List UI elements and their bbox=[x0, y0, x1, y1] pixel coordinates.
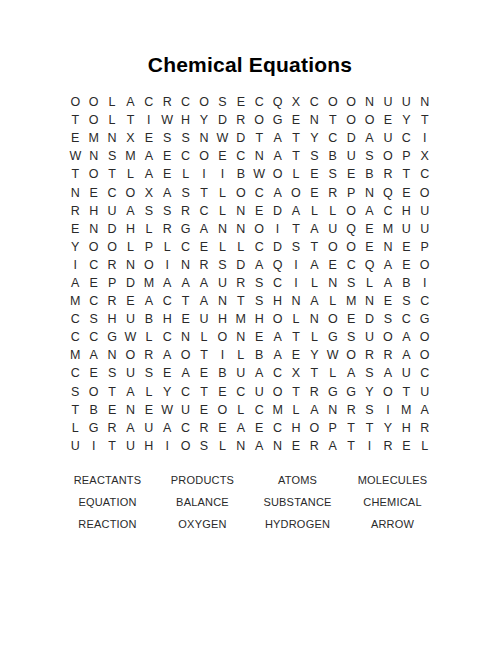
grid-cell: S bbox=[176, 183, 194, 201]
grid-cell: L bbox=[213, 183, 231, 201]
grid-cell: C bbox=[176, 238, 194, 256]
grid-cell: E bbox=[287, 111, 305, 129]
grid-cell: P bbox=[140, 238, 158, 256]
grid-cell: A bbox=[305, 256, 323, 274]
grid-cell: L bbox=[305, 328, 323, 346]
grid-cell: U bbox=[397, 364, 415, 382]
grid-cell: U bbox=[379, 129, 397, 147]
grid-cell: B bbox=[213, 364, 231, 382]
grid-cell: A bbox=[140, 292, 158, 310]
grid-cell: C bbox=[250, 401, 268, 419]
grid-cell: N bbox=[232, 202, 250, 220]
grid-cell: L bbox=[324, 364, 342, 382]
grid-cell: B bbox=[84, 401, 102, 419]
word-list-item: REACTANTS bbox=[60, 469, 155, 491]
grid-cell: P bbox=[324, 419, 342, 437]
grid-cell: R bbox=[66, 202, 84, 220]
grid-cell: N bbox=[305, 111, 323, 129]
grid-cell: T bbox=[250, 129, 268, 147]
grid-cell: O bbox=[342, 202, 360, 220]
grid-cell: A bbox=[305, 292, 323, 310]
word-list-item: ARROW bbox=[345, 513, 440, 535]
grid-cell: S bbox=[324, 165, 342, 183]
grid-cell: O bbox=[84, 111, 102, 129]
grid-cell: R bbox=[140, 346, 158, 364]
grid-cell: U bbox=[232, 364, 250, 382]
grid-cell: N bbox=[360, 292, 378, 310]
grid-cell: I bbox=[360, 437, 378, 455]
grid-cell: A bbox=[195, 274, 213, 292]
grid-cell: E bbox=[158, 147, 176, 165]
grid-cell: U bbox=[416, 220, 434, 238]
grid-cell: L bbox=[103, 111, 121, 129]
grid-cell: O bbox=[250, 220, 268, 238]
word-list-item: SUBSTANCE bbox=[250, 491, 345, 513]
grid-cell: U bbox=[360, 328, 378, 346]
grid-cell: R bbox=[103, 292, 121, 310]
grid-cell: U bbox=[66, 437, 84, 455]
grid-cell: E bbox=[84, 274, 102, 292]
grid-cell: T bbox=[416, 111, 434, 129]
grid-cell: M bbox=[268, 401, 286, 419]
grid-cell: E bbox=[397, 238, 415, 256]
grid-cell: E bbox=[287, 437, 305, 455]
grid-cell: X bbox=[121, 129, 139, 147]
grid-cell: O bbox=[416, 328, 434, 346]
grid-cell: N bbox=[324, 401, 342, 419]
grid-cell: E bbox=[250, 202, 268, 220]
grid-cell: A bbox=[232, 419, 250, 437]
grid-cell: D bbox=[103, 220, 121, 238]
grid-cell: C bbox=[84, 256, 102, 274]
grid-cell: B bbox=[360, 165, 378, 183]
grid-cell: O bbox=[360, 111, 378, 129]
grid-cell: E bbox=[66, 129, 84, 147]
grid-cell: H bbox=[250, 310, 268, 328]
grid-cell: A bbox=[158, 419, 176, 437]
grid-cell: N bbox=[66, 183, 84, 201]
grid-cell: T bbox=[324, 111, 342, 129]
grid-cell: H bbox=[397, 202, 415, 220]
grid-cell: S bbox=[103, 147, 121, 165]
grid-cell: L bbox=[213, 238, 231, 256]
grid-cell: R bbox=[360, 346, 378, 364]
grid-cell: R bbox=[232, 274, 250, 292]
grid-cell: E bbox=[213, 147, 231, 165]
grid-cell: A bbox=[158, 274, 176, 292]
grid-cell: L bbox=[158, 238, 176, 256]
grid-cell: G bbox=[103, 328, 121, 346]
grid-cell: N bbox=[287, 292, 305, 310]
grid-cell: C bbox=[232, 147, 250, 165]
grid-cell: O bbox=[342, 93, 360, 111]
grid-cell: C bbox=[250, 183, 268, 201]
word-list-item: ATOMS bbox=[250, 469, 345, 491]
grid-cell: N bbox=[250, 147, 268, 165]
grid-cell: N bbox=[121, 256, 139, 274]
grid-cell: S bbox=[360, 147, 378, 165]
grid-cell: O bbox=[250, 111, 268, 129]
grid-cell: Y bbox=[195, 111, 213, 129]
grid-cell: I bbox=[379, 401, 397, 419]
grid-cell: E bbox=[66, 220, 84, 238]
word-list-item: EQUATION bbox=[60, 491, 155, 513]
grid-cell: L bbox=[66, 419, 84, 437]
grid-cell: N bbox=[324, 274, 342, 292]
grid-cell: E bbox=[103, 401, 121, 419]
grid-cell: S bbox=[158, 202, 176, 220]
grid-cell: A bbox=[195, 220, 213, 238]
grid-cell: C bbox=[66, 328, 84, 346]
grid-cell: I bbox=[140, 111, 158, 129]
grid-cell: L bbox=[103, 93, 121, 111]
grid-cell: R bbox=[232, 111, 250, 129]
grid-cell: S bbox=[397, 292, 415, 310]
grid-cell: T bbox=[195, 346, 213, 364]
grid-cell: C bbox=[176, 419, 194, 437]
grid-cell: W bbox=[213, 129, 231, 147]
grid-cell: N bbox=[360, 93, 378, 111]
word-list: REACTANTSPRODUCTSATOMSMOLECULESEQUATIONB… bbox=[0, 469, 500, 535]
grid-cell: A bbox=[121, 202, 139, 220]
grid-cell: T bbox=[287, 147, 305, 165]
grid-cell: E bbox=[250, 419, 268, 437]
grid-cell: A bbox=[121, 383, 139, 401]
grid-cell: T bbox=[195, 183, 213, 201]
grid-cell: U bbox=[121, 364, 139, 382]
grid-cell: M bbox=[66, 292, 84, 310]
grid-cell: H bbox=[84, 202, 102, 220]
grid-cell: T bbox=[342, 419, 360, 437]
grid-cell: P bbox=[416, 238, 434, 256]
grid-cell: S bbox=[250, 292, 268, 310]
grid-cell: C bbox=[84, 328, 102, 346]
puzzle-title: Chemical Equations bbox=[0, 0, 500, 76]
grid-cell: L bbox=[232, 346, 250, 364]
grid-cell: N bbox=[232, 328, 250, 346]
grid-cell: A bbox=[250, 364, 268, 382]
grid-cell: P bbox=[342, 183, 360, 201]
grid-cell: H bbox=[268, 292, 286, 310]
grid-cell: N bbox=[103, 129, 121, 147]
grid-cell: O bbox=[213, 401, 231, 419]
grid-cell: C bbox=[176, 93, 194, 111]
grid-cell: E bbox=[250, 328, 268, 346]
grid-cell: A bbox=[140, 165, 158, 183]
grid-cell: A bbox=[121, 419, 139, 437]
grid-cell: S bbox=[342, 274, 360, 292]
grid-cell: I bbox=[416, 129, 434, 147]
grid-cell: G bbox=[268, 111, 286, 129]
grid-cell: M bbox=[379, 220, 397, 238]
grid-cell: E bbox=[140, 401, 158, 419]
grid-cell: E bbox=[195, 364, 213, 382]
grid-cell: O bbox=[342, 111, 360, 129]
grid-cell: R bbox=[176, 202, 194, 220]
grid-cell: U bbox=[121, 310, 139, 328]
grid-cell: O bbox=[324, 238, 342, 256]
grid-cell: N bbox=[379, 238, 397, 256]
grid-cell: X bbox=[140, 183, 158, 201]
grid-cell: D bbox=[232, 256, 250, 274]
grid-cell: T bbox=[287, 220, 305, 238]
grid-cell: G bbox=[324, 383, 342, 401]
grid-cell: A bbox=[158, 183, 176, 201]
grid-cell: B bbox=[232, 165, 250, 183]
grid-cell: O bbox=[379, 328, 397, 346]
grid-cell: E bbox=[195, 401, 213, 419]
grid-cell: E bbox=[324, 256, 342, 274]
grid-cell: D bbox=[342, 129, 360, 147]
grid-cell: D bbox=[213, 111, 231, 129]
grid-cell: O bbox=[305, 419, 323, 437]
grid-cell: C bbox=[268, 419, 286, 437]
grid-cell: A bbox=[324, 437, 342, 455]
grid-cell: H bbox=[158, 310, 176, 328]
grid-cell: S bbox=[84, 310, 102, 328]
word-list-item: BALANCE bbox=[155, 491, 250, 513]
grid-cell: O bbox=[195, 147, 213, 165]
word-list-item: MOLECULES bbox=[345, 469, 440, 491]
grid-cell: A bbox=[176, 274, 194, 292]
grid-cell: D bbox=[268, 202, 286, 220]
word-search-page: Chemical Equations OOLACRCOSECQXCOONUUNT… bbox=[0, 0, 500, 647]
grid-cell: X bbox=[287, 93, 305, 111]
grid-cell: U bbox=[140, 419, 158, 437]
grid-cell: R bbox=[379, 165, 397, 183]
grid-cell: O bbox=[84, 238, 102, 256]
grid-cell: O bbox=[268, 383, 286, 401]
grid-cell: T bbox=[103, 383, 121, 401]
grid-cell: A bbox=[379, 274, 397, 292]
grid-cell: Q bbox=[342, 220, 360, 238]
grid-cell: T bbox=[232, 292, 250, 310]
grid-cell: R bbox=[342, 401, 360, 419]
grid-cell: A bbox=[305, 220, 323, 238]
grid-cell: U bbox=[121, 437, 139, 455]
grid-cell: A bbox=[176, 364, 194, 382]
grid-cell: E bbox=[213, 419, 231, 437]
grid-cell: N bbox=[84, 220, 102, 238]
grid-cell: L bbox=[121, 238, 139, 256]
grid-cell: I bbox=[287, 274, 305, 292]
grid-cell: X bbox=[287, 364, 305, 382]
grid-cell: L bbox=[213, 437, 231, 455]
grid-cell: S bbox=[287, 238, 305, 256]
grid-cell: L bbox=[121, 165, 139, 183]
grid-cell: L bbox=[416, 437, 434, 455]
grid-cell: O bbox=[66, 93, 84, 111]
grid-cell: A bbox=[416, 401, 434, 419]
grid-cell: A bbox=[268, 183, 286, 201]
grid-cell: N bbox=[268, 437, 286, 455]
grid-cell: C bbox=[250, 238, 268, 256]
grid-cell: G bbox=[176, 220, 194, 238]
grid-cell: I bbox=[213, 165, 231, 183]
grid-cell: H bbox=[121, 220, 139, 238]
grid-cell: T bbox=[103, 165, 121, 183]
grid-cell: G bbox=[84, 419, 102, 437]
grid-cell: M bbox=[342, 292, 360, 310]
grid-cell: M bbox=[84, 129, 102, 147]
grid-cell: C bbox=[397, 310, 415, 328]
grid-cell: H bbox=[287, 419, 305, 437]
grid-cell: B bbox=[140, 310, 158, 328]
word-list-item: HYDROGEN bbox=[250, 513, 345, 535]
grid-cell: N bbox=[305, 310, 323, 328]
grid-cell: S bbox=[140, 202, 158, 220]
grid-cell: I bbox=[195, 165, 213, 183]
grid-cell: W bbox=[158, 401, 176, 419]
grid-cell: N bbox=[416, 93, 434, 111]
grid-cell: S bbox=[342, 328, 360, 346]
grid-cell: T bbox=[342, 437, 360, 455]
grid-cell: O bbox=[195, 93, 213, 111]
grid-cell: C bbox=[268, 274, 286, 292]
grid-cell: O bbox=[342, 346, 360, 364]
grid-cell: T bbox=[176, 292, 194, 310]
grid-cell: Q bbox=[268, 256, 286, 274]
grid-cell: E bbox=[379, 292, 397, 310]
grid-cell: Y bbox=[66, 238, 84, 256]
grid-cell: T bbox=[66, 401, 84, 419]
grid-cell: A bbox=[84, 346, 102, 364]
grid-cell: S bbox=[140, 364, 158, 382]
grid-cell: C bbox=[158, 328, 176, 346]
grid-cell: A bbox=[66, 274, 84, 292]
word-search-grid: OOLACRCOSECQXCOONUUNTOLTIWHYDROGENTOOEYT… bbox=[0, 93, 500, 455]
grid-cell: N bbox=[213, 220, 231, 238]
grid-cell: O bbox=[84, 383, 102, 401]
grid-cell: U bbox=[342, 147, 360, 165]
grid-cell: H bbox=[176, 111, 194, 129]
grid-cell: E bbox=[342, 310, 360, 328]
grid-cell: U bbox=[397, 220, 415, 238]
grid-cell: Q bbox=[360, 256, 378, 274]
grid-cell: S bbox=[305, 147, 323, 165]
grid-cell: E bbox=[176, 310, 194, 328]
grid-cell: C bbox=[176, 383, 194, 401]
grid-cell: O bbox=[324, 310, 342, 328]
grid-cell: D bbox=[268, 238, 286, 256]
grid-cell: N bbox=[232, 437, 250, 455]
grid-cell: N bbox=[195, 129, 213, 147]
grid-cell: E bbox=[121, 292, 139, 310]
grid-cell: N bbox=[360, 183, 378, 201]
grid-cell: L bbox=[195, 328, 213, 346]
grid-cell: E bbox=[232, 93, 250, 111]
grid-cell: E bbox=[287, 346, 305, 364]
grid-cell: E bbox=[140, 129, 158, 147]
grid-cell: T bbox=[287, 383, 305, 401]
grid-cell: E bbox=[84, 183, 102, 201]
grid-cell: D bbox=[232, 129, 250, 147]
grid-cell: Q bbox=[379, 183, 397, 201]
grid-cell: L bbox=[287, 165, 305, 183]
grid-cell: L bbox=[213, 202, 231, 220]
grid-cell: C bbox=[232, 383, 250, 401]
grid-cell: O bbox=[213, 328, 231, 346]
grid-cell: S bbox=[213, 93, 231, 111]
grid-cell: G bbox=[342, 383, 360, 401]
grid-cell: C bbox=[342, 256, 360, 274]
grid-cell: L bbox=[305, 202, 323, 220]
grid-cell: L bbox=[305, 274, 323, 292]
grid-cell: A bbox=[268, 129, 286, 147]
grid-cell: O bbox=[140, 256, 158, 274]
grid-cell: C bbox=[66, 310, 84, 328]
grid-cell: A bbox=[397, 346, 415, 364]
grid-cell: C bbox=[416, 292, 434, 310]
grid-cell: A bbox=[158, 346, 176, 364]
grid-cell: A bbox=[250, 256, 268, 274]
grid-cell: I bbox=[213, 346, 231, 364]
grid-cell: B bbox=[250, 346, 268, 364]
grid-cell: A bbox=[360, 129, 378, 147]
word-list-item: OXYGEN bbox=[155, 513, 250, 535]
grid-cell: A bbox=[195, 292, 213, 310]
grid-cell: E bbox=[158, 165, 176, 183]
grid-cell: A bbox=[379, 256, 397, 274]
grid-cell: Q bbox=[268, 93, 286, 111]
grid-cell: L bbox=[176, 165, 194, 183]
grid-cell: E bbox=[360, 238, 378, 256]
grid-cell: B bbox=[324, 147, 342, 165]
grid-cell: U bbox=[379, 93, 397, 111]
grid-cell: U bbox=[250, 383, 268, 401]
grid-cell: E bbox=[342, 165, 360, 183]
grid-cell: I bbox=[84, 437, 102, 455]
grid-cell: C bbox=[379, 202, 397, 220]
grid-cell: A bbox=[287, 202, 305, 220]
grid-cell: R bbox=[103, 419, 121, 437]
grid-cell: E bbox=[84, 364, 102, 382]
grid-cell: W bbox=[158, 111, 176, 129]
grid-cell: R bbox=[195, 419, 213, 437]
grid-cell: R bbox=[324, 183, 342, 201]
grid-cell: T bbox=[121, 111, 139, 129]
grid-cell: O bbox=[268, 165, 286, 183]
grid-cell: C bbox=[268, 364, 286, 382]
grid-cell: Y bbox=[305, 346, 323, 364]
grid-cell: O bbox=[379, 147, 397, 165]
grid-cell: D bbox=[360, 310, 378, 328]
grid-cell: O bbox=[287, 183, 305, 201]
word-list-item: CHEMICAL bbox=[345, 491, 440, 513]
grid-cell: O bbox=[84, 165, 102, 183]
grid-cell: S bbox=[360, 364, 378, 382]
grid-cell: E bbox=[360, 220, 378, 238]
grid-cell: S bbox=[66, 383, 84, 401]
grid-cell: C bbox=[397, 129, 415, 147]
grid-cell: H bbox=[397, 419, 415, 437]
grid-cell: S bbox=[360, 401, 378, 419]
grid-cell: C bbox=[66, 364, 84, 382]
grid-cell: M bbox=[397, 401, 415, 419]
grid-cell: W bbox=[324, 346, 342, 364]
grid-cell: S bbox=[158, 129, 176, 147]
grid-cell: U bbox=[195, 310, 213, 328]
grid-cell: C bbox=[140, 93, 158, 111]
grid-cell: R bbox=[305, 437, 323, 455]
grid-cell: L bbox=[324, 292, 342, 310]
grid-cell: R bbox=[305, 383, 323, 401]
grid-cell: S bbox=[213, 256, 231, 274]
grid-cell: R bbox=[103, 256, 121, 274]
grid-cell: E bbox=[397, 437, 415, 455]
grid-cell: O bbox=[176, 437, 194, 455]
grid-cell: Y bbox=[158, 383, 176, 401]
